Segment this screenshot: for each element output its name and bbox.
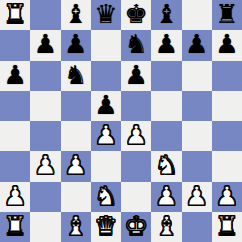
white-pawn-icon[interactable]: ♟ bbox=[3, 183, 26, 209]
white-pawn-icon[interactable]: ♟ bbox=[185, 183, 208, 209]
square-g3[interactable] bbox=[182, 151, 212, 181]
white-pawn-icon[interactable]: ♟ bbox=[215, 183, 238, 209]
square-d6[interactable] bbox=[91, 61, 121, 91]
square-b2[interactable] bbox=[30, 182, 60, 212]
square-a3[interactable] bbox=[0, 151, 30, 181]
square-f8[interactable]: ♝ bbox=[151, 0, 181, 30]
square-e8[interactable]: ♚ bbox=[121, 0, 151, 30]
black-pawn-icon[interactable]: ♟ bbox=[34, 31, 57, 57]
black-pawn-icon[interactable]: ♟ bbox=[155, 31, 178, 57]
white-bishop-icon[interactable]: ♝ bbox=[155, 213, 178, 239]
square-f6[interactable] bbox=[151, 61, 181, 91]
black-knight-icon[interactable]: ♞ bbox=[64, 62, 87, 88]
black-pawn-icon[interactable]: ♟ bbox=[94, 92, 117, 118]
square-a8[interactable]: ♜ bbox=[0, 0, 30, 30]
white-bishop-icon[interactable]: ♝ bbox=[64, 213, 87, 239]
white-pawn-icon[interactable]: ♟ bbox=[34, 152, 57, 178]
white-king-icon[interactable]: ♚ bbox=[124, 213, 147, 239]
square-g7[interactable]: ♟ bbox=[182, 30, 212, 60]
square-c7[interactable]: ♟ bbox=[61, 30, 91, 60]
black-queen-icon[interactable]: ♛ bbox=[94, 1, 117, 27]
square-g8[interactable] bbox=[182, 0, 212, 30]
square-h4[interactable] bbox=[212, 121, 242, 151]
black-pawn-icon[interactable]: ♟ bbox=[3, 62, 26, 88]
square-c8[interactable]: ♝ bbox=[61, 0, 91, 30]
black-pawn-icon[interactable]: ♟ bbox=[124, 62, 147, 88]
square-e7[interactable]: ♞ bbox=[121, 30, 151, 60]
square-d3[interactable] bbox=[91, 151, 121, 181]
square-b7[interactable]: ♟ bbox=[30, 30, 60, 60]
square-a6[interactable]: ♟ bbox=[0, 61, 30, 91]
square-g5[interactable] bbox=[182, 91, 212, 121]
square-a1[interactable]: ♜ bbox=[0, 212, 30, 242]
square-e2[interactable] bbox=[121, 182, 151, 212]
square-d7[interactable] bbox=[91, 30, 121, 60]
square-c1[interactable]: ♝ bbox=[61, 212, 91, 242]
black-king-icon[interactable]: ♚ bbox=[124, 1, 147, 27]
white-pawn-icon[interactable]: ♟ bbox=[94, 122, 117, 148]
square-c6[interactable]: ♞ bbox=[61, 61, 91, 91]
square-h3[interactable] bbox=[212, 151, 242, 181]
square-b3[interactable]: ♟ bbox=[30, 151, 60, 181]
white-queen-icon[interactable]: ♛ bbox=[94, 213, 117, 239]
square-b6[interactable] bbox=[30, 61, 60, 91]
square-a5[interactable] bbox=[0, 91, 30, 121]
square-e4[interactable]: ♟ bbox=[121, 121, 151, 151]
square-a7[interactable] bbox=[0, 30, 30, 60]
square-d1[interactable]: ♛ bbox=[91, 212, 121, 242]
black-knight-icon[interactable]: ♞ bbox=[124, 31, 147, 57]
square-e3[interactable] bbox=[121, 151, 151, 181]
square-b5[interactable] bbox=[30, 91, 60, 121]
square-f2[interactable]: ♟ bbox=[151, 182, 181, 212]
black-pawn-icon[interactable]: ♟ bbox=[215, 31, 238, 57]
square-e6[interactable]: ♟ bbox=[121, 61, 151, 91]
square-f1[interactable]: ♝ bbox=[151, 212, 181, 242]
square-h8[interactable]: ♜ bbox=[212, 0, 242, 30]
white-rook-icon[interactable]: ♜ bbox=[3, 1, 26, 27]
chess-board: ♜♝♛♚♝♜♟♟♞♟♟♟♟♞♟♟♟♟♟♟♞♟♞♟♟♟♜♝♛♚♝♜ bbox=[0, 0, 242, 242]
square-d2[interactable]: ♞ bbox=[91, 182, 121, 212]
square-d8[interactable]: ♛ bbox=[91, 0, 121, 30]
square-f7[interactable]: ♟ bbox=[151, 30, 181, 60]
square-c2[interactable] bbox=[61, 182, 91, 212]
black-pawn-icon[interactable]: ♟ bbox=[185, 31, 208, 57]
black-pawn-icon[interactable]: ♟ bbox=[64, 31, 87, 57]
white-knight-icon[interactable]: ♞ bbox=[94, 183, 117, 209]
white-pawn-icon[interactable]: ♟ bbox=[155, 183, 178, 209]
black-rook-icon[interactable]: ♜ bbox=[215, 1, 238, 27]
square-c5[interactable] bbox=[61, 91, 91, 121]
square-d4[interactable]: ♟ bbox=[91, 121, 121, 151]
square-e5[interactable] bbox=[121, 91, 151, 121]
square-b1[interactable] bbox=[30, 212, 60, 242]
square-d5[interactable]: ♟ bbox=[91, 91, 121, 121]
square-h2[interactable]: ♟ bbox=[212, 182, 242, 212]
square-c4[interactable] bbox=[61, 121, 91, 151]
square-c3[interactable]: ♟ bbox=[61, 151, 91, 181]
white-rook-icon[interactable]: ♜ bbox=[3, 213, 26, 239]
square-g4[interactable] bbox=[182, 121, 212, 151]
square-g1[interactable] bbox=[182, 212, 212, 242]
square-h6[interactable] bbox=[212, 61, 242, 91]
white-knight-icon[interactable]: ♞ bbox=[155, 152, 178, 178]
square-f4[interactable] bbox=[151, 121, 181, 151]
square-a2[interactable]: ♟ bbox=[0, 182, 30, 212]
square-g2[interactable]: ♟ bbox=[182, 182, 212, 212]
white-rook-icon[interactable]: ♜ bbox=[215, 213, 238, 239]
white-pawn-icon[interactable]: ♟ bbox=[64, 152, 87, 178]
black-bishop-icon[interactable]: ♝ bbox=[64, 1, 87, 27]
square-f5[interactable] bbox=[151, 91, 181, 121]
square-h1[interactable]: ♜ bbox=[212, 212, 242, 242]
black-bishop-icon[interactable]: ♝ bbox=[155, 1, 178, 27]
square-h5[interactable] bbox=[212, 91, 242, 121]
white-pawn-icon[interactable]: ♟ bbox=[124, 122, 147, 148]
square-b8[interactable] bbox=[30, 0, 60, 30]
square-h7[interactable]: ♟ bbox=[212, 30, 242, 60]
square-f3[interactable]: ♞ bbox=[151, 151, 181, 181]
square-a4[interactable] bbox=[0, 121, 30, 151]
square-g6[interactable] bbox=[182, 61, 212, 91]
square-e1[interactable]: ♚ bbox=[121, 212, 151, 242]
square-b4[interactable] bbox=[30, 121, 60, 151]
